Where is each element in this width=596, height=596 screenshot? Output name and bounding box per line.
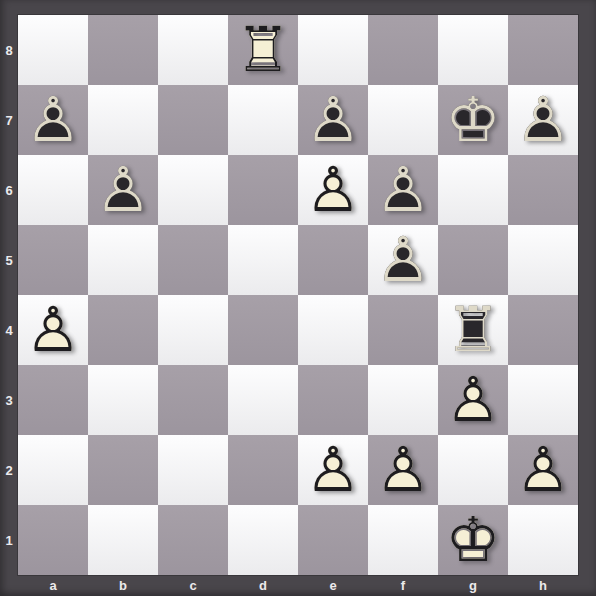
- file-label-row: abcdefgh: [18, 575, 578, 596]
- square-b8[interactable]: [88, 15, 158, 85]
- file-label-f: f: [368, 575, 438, 596]
- white-pawn-outline-glyph: ♙: [298, 435, 368, 505]
- square-e6[interactable]: ♟♙: [298, 155, 368, 225]
- square-h3[interactable]: [508, 365, 578, 435]
- rank-label-7: 7: [0, 85, 18, 155]
- square-a5[interactable]: [18, 225, 88, 295]
- square-a7[interactable]: ♟♙: [18, 85, 88, 155]
- black-pawn-outline-glyph: ♙: [88, 155, 158, 225]
- file-label-b: b: [88, 575, 158, 596]
- square-e4[interactable]: [298, 295, 368, 365]
- square-b5[interactable]: [88, 225, 158, 295]
- square-g2[interactable]: [438, 435, 508, 505]
- square-a2[interactable]: [18, 435, 88, 505]
- square-g4[interactable]: ♜♖: [438, 295, 508, 365]
- square-b3[interactable]: [88, 365, 158, 435]
- rank-label-3: 3: [0, 365, 18, 435]
- rank-label-6: 6: [0, 155, 18, 225]
- square-e7[interactable]: ♟♙: [298, 85, 368, 155]
- square-d4[interactable]: [228, 295, 298, 365]
- file-label-g: g: [438, 575, 508, 596]
- square-d6[interactable]: [228, 155, 298, 225]
- rank-label-8: 8: [0, 15, 18, 85]
- square-b2[interactable]: [88, 435, 158, 505]
- square-a1[interactable]: [18, 505, 88, 575]
- square-e3[interactable]: [298, 365, 368, 435]
- square-g6[interactable]: [438, 155, 508, 225]
- white-pawn-outline-glyph: ♙: [298, 155, 368, 225]
- square-f8[interactable]: [368, 15, 438, 85]
- square-h5[interactable]: [508, 225, 578, 295]
- white-king-outline-glyph: ♔: [438, 505, 508, 575]
- white-rook-outline-glyph: ♖: [228, 15, 298, 85]
- white-pawn-outline-glyph: ♙: [438, 365, 508, 435]
- square-c6[interactable]: [158, 155, 228, 225]
- piece-white-pawn-h2[interactable]: ♟♙: [508, 435, 578, 505]
- piece-black-rook-g4[interactable]: ♜♖: [438, 295, 508, 365]
- square-e8[interactable]: [298, 15, 368, 85]
- square-b1[interactable]: [88, 505, 158, 575]
- rank-label-column: 87654321: [0, 15, 18, 575]
- square-c2[interactable]: [158, 435, 228, 505]
- square-d5[interactable]: [228, 225, 298, 295]
- square-f2[interactable]: ♟♙: [368, 435, 438, 505]
- square-h1[interactable]: [508, 505, 578, 575]
- black-pawn-outline-glyph: ♙: [368, 155, 438, 225]
- square-h8[interactable]: [508, 15, 578, 85]
- piece-black-pawn-a7[interactable]: ♟♙: [18, 85, 88, 155]
- piece-black-pawn-b6[interactable]: ♟♙: [88, 155, 158, 225]
- piece-black-king-g7[interactable]: ♚♔: [438, 85, 508, 155]
- square-d7[interactable]: [228, 85, 298, 155]
- file-label-e: e: [298, 575, 368, 596]
- black-king-outline-glyph: ♔: [438, 85, 508, 155]
- square-d1[interactable]: [228, 505, 298, 575]
- black-pawn-outline-glyph: ♙: [368, 225, 438, 295]
- square-f5[interactable]: ♟♙: [368, 225, 438, 295]
- square-a6[interactable]: [18, 155, 88, 225]
- piece-black-pawn-e7[interactable]: ♟♙: [298, 85, 368, 155]
- file-label-d: d: [228, 575, 298, 596]
- square-e2[interactable]: ♟♙: [298, 435, 368, 505]
- piece-white-rook-d8[interactable]: ♜♖: [228, 15, 298, 85]
- square-g3[interactable]: ♟♙: [438, 365, 508, 435]
- square-b7[interactable]: [88, 85, 158, 155]
- square-g8[interactable]: [438, 15, 508, 85]
- piece-white-pawn-f2[interactable]: ♟♙: [368, 435, 438, 505]
- square-h7[interactable]: ♟♙: [508, 85, 578, 155]
- file-label-h: h: [508, 575, 578, 596]
- square-h4[interactable]: [508, 295, 578, 365]
- square-f4[interactable]: [368, 295, 438, 365]
- rank-label-5: 5: [0, 225, 18, 295]
- square-c5[interactable]: [158, 225, 228, 295]
- chess-board: ♜♖♟♙♟♙♚♔♟♙♟♙♟♙♟♙♟♙♟♙♜♖♟♙♟♙♟♙♟♙♚♔: [18, 15, 578, 575]
- square-f6[interactable]: ♟♙: [368, 155, 438, 225]
- white-pawn-outline-glyph: ♙: [18, 295, 88, 365]
- white-pawn-outline-glyph: ♙: [508, 435, 578, 505]
- square-h2[interactable]: ♟♙: [508, 435, 578, 505]
- file-label-c: c: [158, 575, 228, 596]
- black-pawn-outline-glyph: ♙: [18, 85, 88, 155]
- square-g1[interactable]: ♚♔: [438, 505, 508, 575]
- square-f7[interactable]: [368, 85, 438, 155]
- square-f3[interactable]: [368, 365, 438, 435]
- square-c1[interactable]: [158, 505, 228, 575]
- piece-white-pawn-a4[interactable]: ♟♙: [18, 295, 88, 365]
- square-a4[interactable]: ♟♙: [18, 295, 88, 365]
- piece-white-pawn-g3[interactable]: ♟♙: [438, 365, 508, 435]
- square-b4[interactable]: [88, 295, 158, 365]
- square-d3[interactable]: [228, 365, 298, 435]
- piece-white-king-g1[interactable]: ♚♔: [438, 505, 508, 575]
- chess-diagram: ♜♖♟♙♟♙♚♔♟♙♟♙♟♙♟♙♟♙♟♙♜♖♟♙♟♙♟♙♟♙♚♔ 8765432…: [0, 0, 596, 596]
- piece-black-pawn-f6[interactable]: ♟♙: [368, 155, 438, 225]
- black-rook-outline-glyph: ♖: [438, 295, 508, 365]
- piece-black-pawn-f5[interactable]: ♟♙: [368, 225, 438, 295]
- square-c3[interactable]: [158, 365, 228, 435]
- white-pawn-outline-glyph: ♙: [368, 435, 438, 505]
- piece-white-pawn-e6[interactable]: ♟♙: [298, 155, 368, 225]
- square-g5[interactable]: [438, 225, 508, 295]
- square-g7[interactable]: ♚♔: [438, 85, 508, 155]
- piece-black-pawn-h7[interactable]: ♟♙: [508, 85, 578, 155]
- square-a8[interactable]: [18, 15, 88, 85]
- piece-white-pawn-e2[interactable]: ♟♙: [298, 435, 368, 505]
- square-f1[interactable]: [368, 505, 438, 575]
- square-e1[interactable]: [298, 505, 368, 575]
- square-c7[interactable]: [158, 85, 228, 155]
- square-h6[interactable]: [508, 155, 578, 225]
- square-d8[interactable]: ♜♖: [228, 15, 298, 85]
- square-c8[interactable]: [158, 15, 228, 85]
- rank-label-1: 1: [0, 505, 18, 575]
- rank-label-2: 2: [0, 435, 18, 505]
- rank-label-4: 4: [0, 295, 18, 365]
- file-label-a: a: [18, 575, 88, 596]
- square-e5[interactable]: [298, 225, 368, 295]
- black-pawn-outline-glyph: ♙: [508, 85, 578, 155]
- square-a3[interactable]: [18, 365, 88, 435]
- square-c4[interactable]: [158, 295, 228, 365]
- square-b6[interactable]: ♟♙: [88, 155, 158, 225]
- black-pawn-outline-glyph: ♙: [298, 85, 368, 155]
- square-d2[interactable]: [228, 435, 298, 505]
